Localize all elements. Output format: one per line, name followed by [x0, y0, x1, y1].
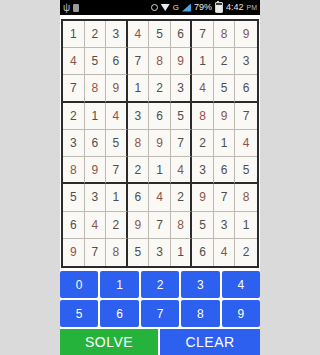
key-5[interactable]: 5 — [60, 300, 98, 327]
battery-icon — [215, 2, 223, 13]
cell-r3c1[interactable]: 7 — [63, 75, 85, 102]
cell-r5c6[interactable]: 7 — [171, 130, 193, 157]
cell-r4c8[interactable]: 9 — [214, 103, 236, 130]
cell-r2c9[interactable]: 3 — [235, 48, 257, 75]
cell-r4c6[interactable]: 5 — [171, 103, 193, 130]
cell-r6c8[interactable]: 6 — [214, 157, 236, 184]
cell-r3c6[interactable]: 3 — [171, 75, 193, 102]
cell-r5c4[interactable]: 8 — [128, 130, 150, 157]
solve-button[interactable]: SOLVE — [60, 329, 158, 355]
cell-r2c3[interactable]: 6 — [106, 48, 128, 75]
battery-percent: 79% — [194, 0, 212, 15]
cell-r7c6[interactable]: 2 — [171, 184, 193, 211]
cell-r9c5[interactable]: 3 — [149, 239, 171, 266]
cell-r4c1[interactable]: 2 — [63, 103, 85, 130]
clock-time: 4:42 — [226, 0, 244, 15]
cell-r7c3[interactable]: 1 — [106, 184, 128, 211]
cell-r7c1[interactable]: 5 — [63, 184, 85, 211]
cell-r9c6[interactable]: 1 — [171, 239, 193, 266]
clock-period: PM — [247, 0, 258, 15]
cell-r9c1[interactable]: 9 — [63, 239, 85, 266]
cell-r8c7[interactable]: 5 — [192, 212, 214, 239]
mobile-network-g-icon: G — [173, 0, 179, 15]
cell-r4c4[interactable]: 3 — [128, 103, 150, 130]
key-6[interactable]: 6 — [100, 300, 138, 327]
cell-r9c8[interactable]: 4 — [214, 239, 236, 266]
cell-r6c4[interactable]: 2 — [128, 157, 150, 184]
cell-r3c5[interactable]: 2 — [149, 75, 171, 102]
cell-r2c6[interactable]: 9 — [171, 48, 193, 75]
cell-r6c5[interactable]: 1 — [149, 157, 171, 184]
number-keypad: 01234 56789 — [60, 271, 260, 327]
cell-r3c3[interactable]: 9 — [106, 75, 128, 102]
cell-r1c2[interactable]: 2 — [85, 21, 107, 48]
alarm-icon — [151, 4, 158, 11]
cell-r2c1[interactable]: 4 — [63, 48, 85, 75]
cell-r6c3[interactable]: 7 — [106, 157, 128, 184]
usb-icon: ψ — [63, 0, 70, 15]
sudoku-app-screen: ψ G 79% 4:42 PM 123456789456789123789123… — [60, 0, 260, 355]
cell-r2c5[interactable]: 8 — [149, 48, 171, 75]
cell-r8c1[interactable]: 6 — [63, 212, 85, 239]
cell-r9c7[interactable]: 6 — [192, 239, 214, 266]
cell-r2c7[interactable]: 1 — [192, 48, 214, 75]
cell-r7c2[interactable]: 3 — [85, 184, 107, 211]
sudoku-board: 1234567894567891237891234562143658973658… — [61, 19, 259, 268]
cell-r8c6[interactable]: 8 — [171, 212, 193, 239]
keypad-row-1: 01234 — [60, 271, 260, 298]
cell-r7c7[interactable]: 9 — [192, 184, 214, 211]
cell-r3c9[interactable]: 6 — [235, 75, 257, 102]
cell-r6c9[interactable]: 5 — [235, 157, 257, 184]
storage-icon — [73, 4, 79, 12]
cell-r1c4[interactable]: 4 — [128, 21, 150, 48]
cell-r2c4[interactable]: 7 — [128, 48, 150, 75]
keypad-row-2: 56789 — [60, 300, 260, 327]
cell-r5c9[interactable]: 4 — [235, 130, 257, 157]
key-0[interactable]: 0 — [60, 271, 98, 298]
cell-r1c7[interactable]: 7 — [192, 21, 214, 48]
key-4[interactable]: 4 — [222, 271, 260, 298]
cell-r6c7[interactable]: 3 — [192, 157, 214, 184]
clear-button[interactable]: CLEAR — [160, 329, 260, 355]
cell-r6c1[interactable]: 8 — [63, 157, 85, 184]
cell-r1c6[interactable]: 6 — [171, 21, 193, 48]
cell-r5c5[interactable]: 9 — [149, 130, 171, 157]
wifi-icon — [161, 4, 170, 11]
cell-r1c9[interactable]: 9 — [235, 21, 257, 48]
cell-r4c5[interactable]: 6 — [149, 103, 171, 130]
cell-r5c2[interactable]: 6 — [85, 130, 107, 157]
cell-r2c2[interactable]: 5 — [85, 48, 107, 75]
cell-r9c4[interactable]: 5 — [128, 239, 150, 266]
cell-r8c3[interactable]: 2 — [106, 212, 128, 239]
cell-r5c3[interactable]: 5 — [106, 130, 128, 157]
cell-r8c5[interactable]: 7 — [149, 212, 171, 239]
cell-r5c8[interactable]: 1 — [214, 130, 236, 157]
cell-r4c9[interactable]: 7 — [235, 103, 257, 130]
key-8[interactable]: 8 — [181, 300, 219, 327]
cell-r2c8[interactable]: 2 — [214, 48, 236, 75]
cell-r4c2[interactable]: 1 — [85, 103, 107, 130]
key-7[interactable]: 7 — [141, 300, 179, 327]
cell-r9c9[interactable]: 2 — [235, 239, 257, 266]
cell-r1c1[interactable]: 1 — [63, 21, 85, 48]
action-bar: SOLVE CLEAR — [60, 329, 260, 355]
key-1[interactable]: 1 — [100, 271, 138, 298]
signal-icon — [182, 4, 191, 12]
cell-r3c7[interactable]: 4 — [192, 75, 214, 102]
cell-r5c7[interactable]: 2 — [192, 130, 214, 157]
cell-r1c3[interactable]: 3 — [106, 21, 128, 48]
cell-r6c6[interactable]: 4 — [171, 157, 193, 184]
cell-r9c3[interactable]: 8 — [106, 239, 128, 266]
cell-r8c8[interactable]: 3 — [214, 212, 236, 239]
cell-r7c8[interactable]: 7 — [214, 184, 236, 211]
cell-r3c2[interactable]: 8 — [85, 75, 107, 102]
cell-r6c2[interactable]: 9 — [85, 157, 107, 184]
cell-r4c7[interactable]: 8 — [192, 103, 214, 130]
key-3[interactable]: 3 — [181, 271, 219, 298]
cell-r4c3[interactable]: 4 — [106, 103, 128, 130]
cell-r3c8[interactable]: 5 — [214, 75, 236, 102]
cell-r7c4[interactable]: 6 — [128, 184, 150, 211]
cell-r7c9[interactable]: 8 — [235, 184, 257, 211]
cell-r9c2[interactable]: 7 — [85, 239, 107, 266]
cell-r3c4[interactable]: 1 — [128, 75, 150, 102]
cell-r8c2[interactable]: 4 — [85, 212, 107, 239]
cell-r8c4[interactable]: 9 — [128, 212, 150, 239]
cell-r7c5[interactable]: 4 — [149, 184, 171, 211]
cell-r8c9[interactable]: 1 — [235, 212, 257, 239]
cell-r5c1[interactable]: 3 — [63, 130, 85, 157]
cell-r1c8[interactable]: 8 — [214, 21, 236, 48]
cell-r1c5[interactable]: 5 — [149, 21, 171, 48]
key-2[interactable]: 2 — [141, 271, 179, 298]
status-bar: ψ G 79% 4:42 PM — [60, 0, 260, 15]
key-9[interactable]: 9 — [222, 300, 260, 327]
